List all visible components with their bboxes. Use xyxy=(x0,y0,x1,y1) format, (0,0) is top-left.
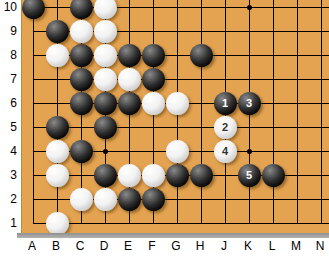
col-label-k: K xyxy=(239,239,257,253)
col-label-b: B xyxy=(47,239,65,253)
stone-white-d2[interactable] xyxy=(94,188,117,211)
stone-black-f7[interactable] xyxy=(142,68,165,91)
stone-white-e3[interactable] xyxy=(118,164,141,187)
move-number: 4 xyxy=(222,145,228,157)
move-number: 2 xyxy=(222,121,228,133)
stone-black-c7[interactable] xyxy=(70,68,93,91)
stone-white-j5[interactable]: 2 xyxy=(214,116,237,139)
board-edge-shadow xyxy=(17,233,329,238)
col-label-a: A xyxy=(23,239,41,253)
stone-white-b3[interactable] xyxy=(46,164,69,187)
stone-black-f2[interactable] xyxy=(142,188,165,211)
col-label-j: J xyxy=(215,239,233,253)
stone-black-c4[interactable] xyxy=(70,140,93,163)
stone-white-b1[interactable] xyxy=(46,212,69,235)
stone-black-k6[interactable]: 3 xyxy=(238,92,261,115)
row-label-6: 6 xyxy=(0,97,17,110)
stone-white-d10[interactable] xyxy=(94,0,117,19)
stone-black-h8[interactable] xyxy=(190,44,213,67)
stone-white-b8[interactable] xyxy=(46,44,69,67)
row-label-1: 1 xyxy=(0,217,17,230)
stone-black-c6[interactable] xyxy=(70,92,93,115)
row-label-5: 5 xyxy=(0,121,17,134)
stone-black-d3[interactable] xyxy=(94,164,117,187)
go-diagram: 13524 12345678910ABCDEFGHJKLMN xyxy=(0,0,329,260)
move-number: 5 xyxy=(246,169,252,181)
go-board[interactable]: 13524 xyxy=(21,0,329,233)
grid-line-row-5 xyxy=(33,127,329,128)
stone-white-c2[interactable] xyxy=(70,188,93,211)
col-label-h: H xyxy=(191,239,209,253)
stone-white-g6[interactable] xyxy=(166,92,189,115)
grid-line-col-n xyxy=(321,0,322,224)
grid-line-col-a xyxy=(33,0,34,224)
grid-line-col-m xyxy=(297,0,298,224)
stone-black-g3[interactable] xyxy=(166,164,189,187)
stone-black-b9[interactable] xyxy=(46,20,69,43)
row-label-9: 9 xyxy=(0,25,17,38)
stone-white-d8[interactable] xyxy=(94,44,117,67)
stone-white-e7[interactable] xyxy=(118,68,141,91)
stone-black-d6[interactable] xyxy=(94,92,117,115)
col-label-l: L xyxy=(263,239,281,253)
grid-line-col-l xyxy=(273,0,274,224)
col-label-n: N xyxy=(311,239,329,253)
col-label-g: G xyxy=(167,239,185,253)
row-label-3: 3 xyxy=(0,169,17,182)
stone-white-g4[interactable] xyxy=(166,140,189,163)
stone-white-b4[interactable] xyxy=(46,140,69,163)
stone-black-c10[interactable] xyxy=(70,0,93,19)
star-point-d4 xyxy=(103,149,108,154)
stone-black-j6[interactable]: 1 xyxy=(214,92,237,115)
stone-black-c8[interactable] xyxy=(70,44,93,67)
stone-white-c9[interactable] xyxy=(70,20,93,43)
stone-white-d9[interactable] xyxy=(94,20,117,43)
col-label-d: D xyxy=(95,239,113,253)
stone-black-a10[interactable] xyxy=(22,0,45,19)
row-label-7: 7 xyxy=(0,73,17,86)
col-label-f: F xyxy=(143,239,161,253)
stone-white-f6[interactable] xyxy=(142,92,165,115)
col-label-e: E xyxy=(119,239,137,253)
stone-black-k3[interactable]: 5 xyxy=(238,164,261,187)
star-point-k10 xyxy=(247,5,252,10)
row-label-4: 4 xyxy=(0,145,17,158)
row-label-10: 10 xyxy=(0,1,17,14)
stone-white-j4[interactable]: 4 xyxy=(214,140,237,163)
stone-black-e6[interactable] xyxy=(118,92,141,115)
stone-black-d5[interactable] xyxy=(94,116,117,139)
move-number: 3 xyxy=(246,97,252,109)
row-label-2: 2 xyxy=(0,193,17,206)
stone-black-e8[interactable] xyxy=(118,44,141,67)
move-number: 1 xyxy=(222,97,228,109)
col-label-m: M xyxy=(287,239,305,253)
grid-line-col-h xyxy=(201,0,202,224)
stone-white-d7[interactable] xyxy=(94,68,117,91)
stone-black-b5[interactable] xyxy=(46,116,69,139)
grid-line-row-1 xyxy=(33,223,329,224)
col-label-c: C xyxy=(71,239,89,253)
row-label-8: 8 xyxy=(0,49,17,62)
stone-white-f3[interactable] xyxy=(142,164,165,187)
stone-black-f8[interactable] xyxy=(142,44,165,67)
stone-black-e2[interactable] xyxy=(118,188,141,211)
stone-black-l3[interactable] xyxy=(262,164,285,187)
stone-black-h3[interactable] xyxy=(190,164,213,187)
star-point-k4 xyxy=(247,149,252,154)
